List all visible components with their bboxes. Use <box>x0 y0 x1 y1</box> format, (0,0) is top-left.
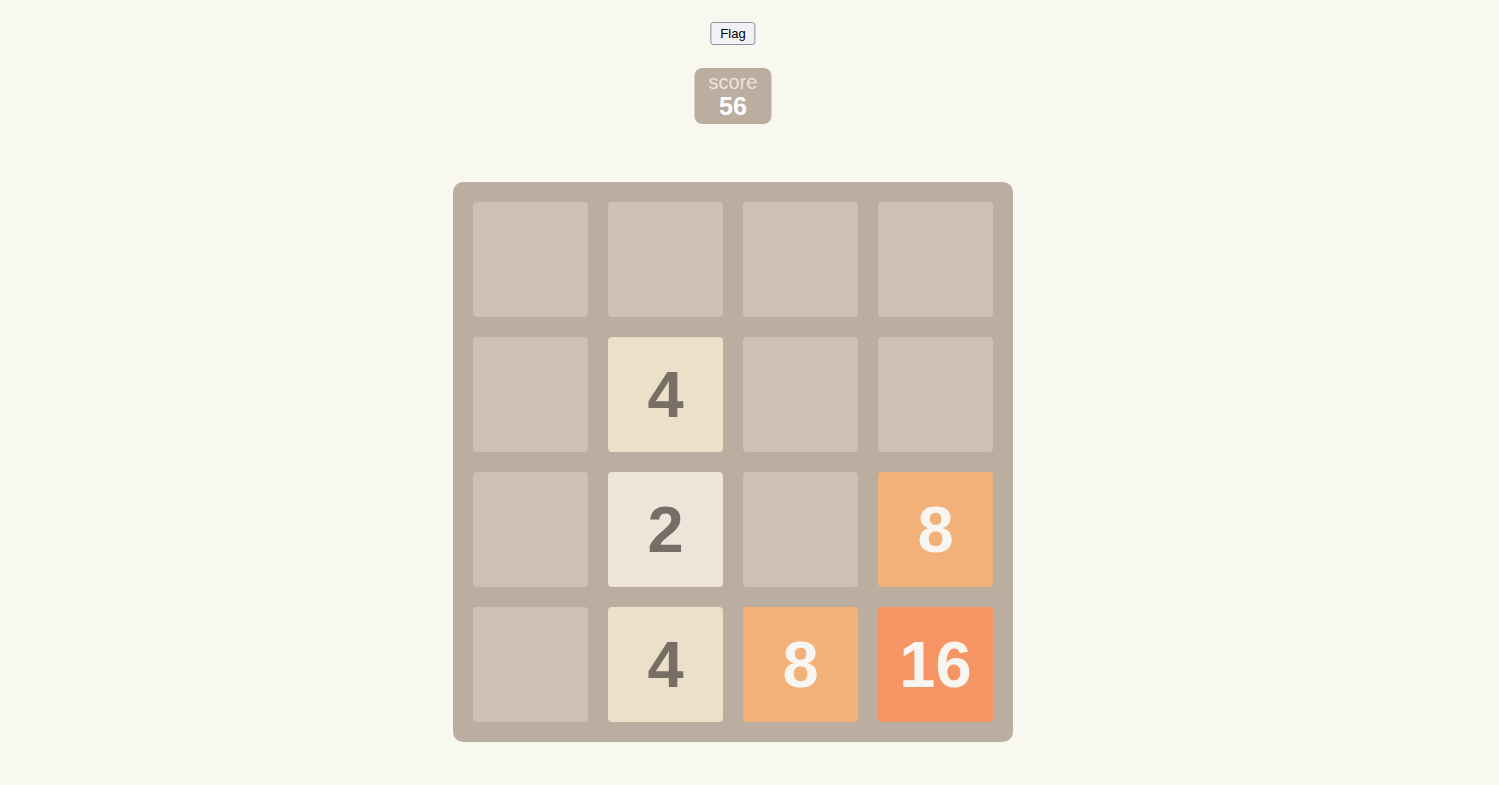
tile-8-r4c3: 8 <box>743 607 858 722</box>
game-board: 4284816 <box>453 182 1013 742</box>
empty-cell-r1c3 <box>743 202 858 317</box>
empty-cell-r2c4 <box>878 337 993 452</box>
tile-4-r2c2: 4 <box>608 337 723 452</box>
empty-cell-r3c1 <box>473 472 588 587</box>
score-label: score <box>709 71 758 93</box>
score-box: score 56 <box>695 68 772 124</box>
tile-4-r4c2: 4 <box>608 607 723 722</box>
tile-16-r4c4: 16 <box>878 607 993 722</box>
empty-cell-r1c2 <box>608 202 723 317</box>
empty-cell-r3c3 <box>743 472 858 587</box>
empty-cell-r4c1 <box>473 607 588 722</box>
page: Flag score 56 4284816 <box>0 0 1499 785</box>
empty-cell-r1c1 <box>473 202 588 317</box>
empty-cell-r2c3 <box>743 337 858 452</box>
tile-2-r3c2: 2 <box>608 472 723 587</box>
empty-cell-r2c1 <box>473 337 588 452</box>
tile-8-r3c4: 8 <box>878 472 993 587</box>
flag-button[interactable]: Flag <box>710 22 755 45</box>
empty-cell-r1c4 <box>878 202 993 317</box>
score-value: 56 <box>719 93 747 121</box>
